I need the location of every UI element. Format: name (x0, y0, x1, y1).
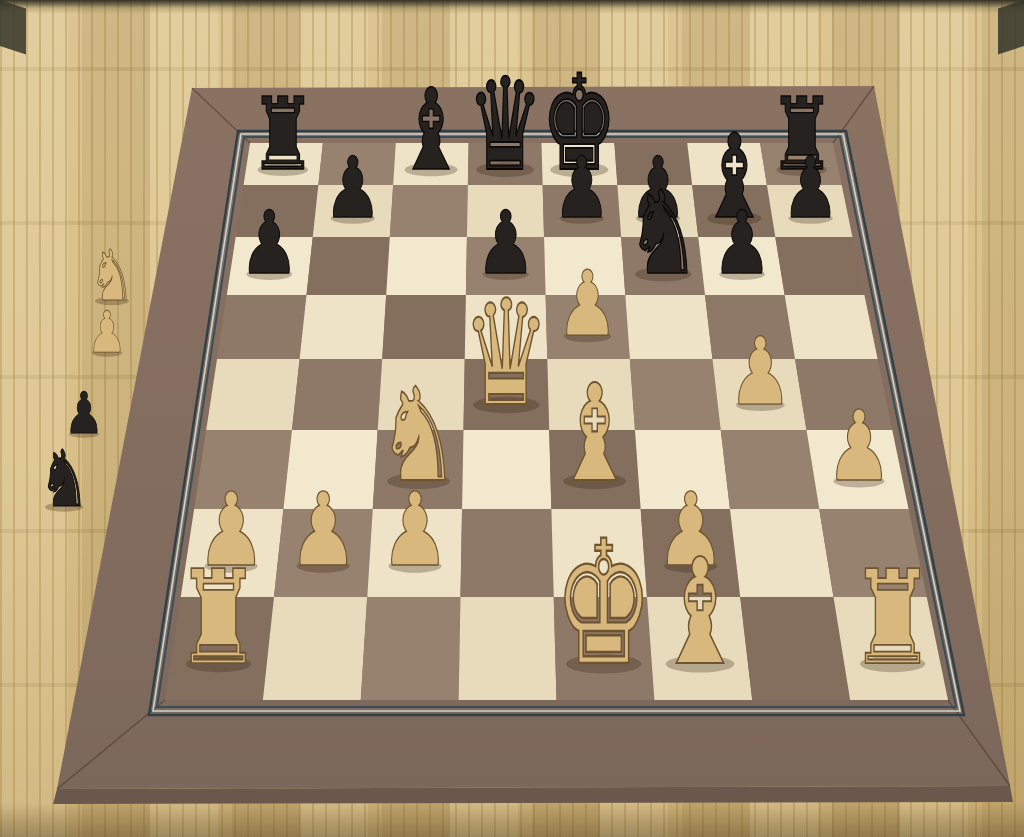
chess-board: ♜♝♛♚♜♟♟♟♝♟♟♟♞♟♞♟♟♛♟♟♞♝♟♞♟♟♟♟♜♚♝♜ (0, 0, 1024, 837)
piece-black-Q-d8[interactable]: ♛ (467, 50, 543, 199)
captured-white-pawn[interactable]: ♟ (87, 299, 126, 365)
square-c6[interactable] (386, 237, 467, 295)
floor-shadow (0, 803, 1024, 837)
square-c5[interactable] (382, 295, 466, 359)
piece-black-P-g6[interactable]: ♟ (712, 193, 772, 294)
square-c1[interactable] (361, 597, 461, 700)
square-h5[interactable] (785, 295, 878, 359)
square-b4[interactable] (292, 359, 382, 430)
piece-white-Q-d4[interactable]: ♛ (463, 269, 550, 438)
square-a4[interactable] (206, 359, 299, 430)
piece-white-P-g4[interactable]: ♟ (728, 318, 793, 427)
piece-black-P-b7[interactable]: ♟ (324, 139, 382, 238)
piece-black-P-a6[interactable]: ♟ (239, 193, 299, 294)
photo-scene: ♜♝♛♚♜♟♟♟♝♟♟♟♞♟♞♟♟♛♟♟♞♝♟♞♟♟♟♟♜♚♝♜ (0, 0, 1024, 837)
piece-white-K-e1[interactable]: ♚ (554, 504, 653, 704)
square-f4[interactable] (630, 359, 721, 430)
piece-white-P-c2[interactable]: ♟ (380, 471, 450, 589)
piece-white-R-h1[interactable]: ♜ (849, 543, 935, 694)
piece-black-R-a8[interactable]: ♜ (250, 76, 316, 193)
piece-black-B-c8[interactable]: ♝ (396, 64, 466, 196)
square-b5[interactable] (300, 295, 387, 359)
piece-white-B-f1[interactable]: ♝ (655, 527, 746, 698)
piece-white-R-a1[interactable]: ♜ (175, 543, 261, 694)
square-g2[interactable] (730, 509, 834, 597)
square-g3[interactable] (721, 430, 820, 509)
piece-black-P-h7[interactable]: ♟ (782, 139, 840, 238)
captured-black-knight[interactable]: ♞ (39, 434, 89, 525)
piece-black-P-e7[interactable]: ♟ (553, 139, 611, 238)
square-h6[interactable] (775, 237, 864, 295)
piece-black-N-f6[interactable]: ♞ (626, 166, 700, 301)
square-d3[interactable] (462, 430, 551, 509)
piece-white-P-b2[interactable]: ♟ (288, 471, 358, 589)
piece-white-P-e5[interactable]: ♟ (556, 251, 618, 356)
square-g1[interactable] (740, 597, 850, 700)
square-f5[interactable] (625, 295, 712, 359)
piece-white-P-h3[interactable]: ♟ (825, 389, 892, 502)
square-b6[interactable] (307, 237, 390, 295)
square-d2[interactable] (460, 509, 553, 597)
square-a5[interactable] (217, 295, 306, 359)
square-d1[interactable] (459, 597, 557, 700)
piece-white-B-e3[interactable]: ♝ (553, 356, 636, 512)
board-front-edge (53, 786, 1013, 804)
square-b1[interactable] (263, 597, 367, 700)
